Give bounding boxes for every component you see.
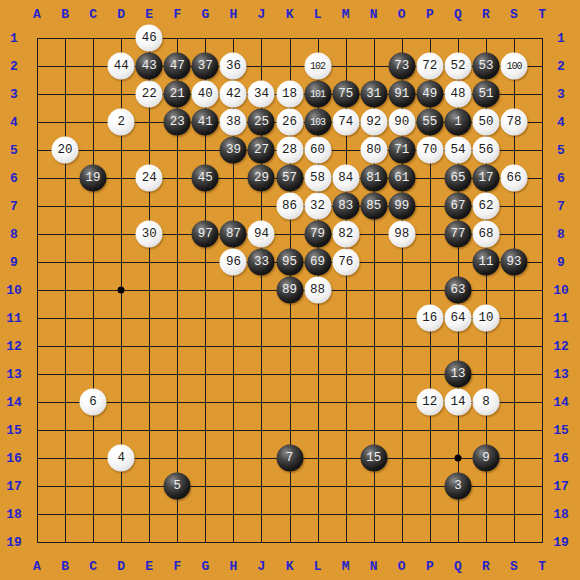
star-point-D10: [118, 287, 125, 294]
column-label-bottom-O: O: [398, 560, 406, 573]
column-label-bottom-D: D: [117, 560, 125, 573]
stone-black-C6[interactable]: 19: [80, 165, 107, 192]
row-label-right-6: 6: [557, 172, 565, 185]
stone-black-O2[interactable]: 73: [388, 53, 415, 80]
grid-line-horizontal: [37, 346, 543, 347]
row-label-left-13: 13: [6, 368, 22, 381]
stone-white-L10[interactable]: 88: [304, 277, 331, 304]
stone-black-Q17[interactable]: 3: [444, 473, 471, 500]
row-label-right-18: 18: [553, 508, 569, 521]
row-label-left-19: 19: [6, 536, 22, 549]
column-label-bottom-F: F: [173, 560, 181, 573]
stone-white-Q5[interactable]: 54: [444, 137, 471, 164]
stone-black-P3[interactable]: 49: [416, 81, 443, 108]
stone-white-P2[interactable]: 72: [416, 53, 443, 80]
stone-white-M9[interactable]: 76: [332, 249, 359, 276]
stone-black-J9[interactable]: 33: [248, 249, 275, 276]
row-label-right-7: 7: [557, 200, 565, 213]
row-label-left-12: 12: [6, 340, 22, 353]
column-label-top-D: D: [117, 8, 125, 21]
stone-white-M6[interactable]: 84: [332, 165, 359, 192]
stone-white-H4[interactable]: 38: [220, 109, 247, 136]
stone-black-G2[interactable]: 37: [192, 53, 219, 80]
stone-black-H8[interactable]: 87: [220, 221, 247, 248]
row-label-right-19: 19: [553, 536, 569, 549]
stone-white-E6[interactable]: 24: [136, 165, 163, 192]
stone-white-Q11[interactable]: 64: [444, 305, 471, 332]
row-label-right-4: 4: [557, 116, 565, 129]
row-label-left-14: 14: [6, 396, 22, 409]
stone-white-S6[interactable]: 66: [501, 165, 528, 192]
column-label-top-O: O: [398, 8, 406, 21]
row-label-left-6: 6: [10, 172, 18, 185]
column-label-bottom-N: N: [370, 560, 378, 573]
stone-black-H5[interactable]: 39: [220, 137, 247, 164]
stone-white-R5[interactable]: 56: [472, 137, 499, 164]
stone-white-N5[interactable]: 80: [360, 137, 387, 164]
row-label-left-8: 8: [10, 228, 18, 241]
column-label-bottom-R: R: [482, 560, 490, 573]
stone-black-G4[interactable]: 41: [192, 109, 219, 136]
stone-white-K5[interactable]: 28: [276, 137, 303, 164]
stone-white-E8[interactable]: 30: [136, 221, 163, 248]
column-label-bottom-S: S: [510, 560, 518, 573]
stone-white-Q3[interactable]: 48: [444, 81, 471, 108]
row-label-right-12: 12: [553, 340, 569, 353]
column-label-bottom-Q: Q: [454, 560, 462, 573]
column-label-top-J: J: [258, 8, 266, 21]
stone-white-H9[interactable]: 96: [220, 249, 247, 276]
row-label-left-7: 7: [10, 200, 18, 213]
stone-black-G8[interactable]: 97: [192, 221, 219, 248]
row-label-left-4: 4: [10, 116, 18, 129]
stone-black-N3[interactable]: 31: [360, 81, 387, 108]
stone-white-J3[interactable]: 34: [248, 81, 275, 108]
stone-black-R16[interactable]: 9: [472, 445, 499, 472]
row-label-right-3: 3: [557, 88, 565, 101]
stone-black-K6[interactable]: 57: [276, 165, 303, 192]
stone-white-O4[interactable]: 90: [388, 109, 415, 136]
stone-black-F17[interactable]: 5: [164, 473, 191, 500]
stone-black-O6[interactable]: 61: [388, 165, 415, 192]
stone-white-S2[interactable]: 100: [501, 53, 528, 80]
column-label-bottom-T: T: [538, 560, 546, 573]
go-board[interactable]: AABBCCDDEEFFGGHHJJKKLLMMNNOOPPQQRRSSTT11…: [0, 0, 580, 580]
column-label-bottom-E: E: [145, 560, 153, 573]
row-label-right-13: 13: [553, 368, 569, 381]
stone-black-R6[interactable]: 17: [472, 165, 499, 192]
row-label-right-9: 9: [557, 256, 565, 269]
column-label-top-E: E: [145, 8, 153, 21]
row-label-left-16: 16: [6, 452, 22, 465]
stone-white-S4[interactable]: 78: [501, 109, 528, 136]
row-label-left-10: 10: [6, 284, 22, 297]
stone-white-D16[interactable]: 4: [108, 445, 135, 472]
row-label-left-1: 1: [10, 32, 18, 45]
column-label-bottom-H: H: [230, 560, 238, 573]
row-label-right-11: 11: [553, 312, 569, 325]
column-label-bottom-A: A: [33, 560, 41, 573]
row-label-left-17: 17: [6, 480, 22, 493]
stone-white-G3[interactable]: 40: [192, 81, 219, 108]
grid-line-horizontal: [37, 430, 543, 431]
row-label-left-2: 2: [10, 60, 18, 73]
stone-white-K4[interactable]: 26: [276, 109, 303, 136]
stone-white-C14[interactable]: 6: [80, 389, 107, 416]
column-label-top-K: K: [286, 8, 294, 21]
row-label-right-5: 5: [557, 144, 565, 157]
stone-white-L2[interactable]: 102: [304, 53, 331, 80]
grid-line-horizontal: [37, 542, 543, 543]
stone-white-Q2[interactable]: 52: [444, 53, 471, 80]
stone-black-Q6[interactable]: 65: [444, 165, 471, 192]
stone-white-Q14[interactable]: 14: [444, 389, 471, 416]
column-label-bottom-P: P: [426, 560, 434, 573]
column-label-top-M: M: [342, 8, 350, 21]
column-label-bottom-G: G: [201, 560, 209, 573]
stone-white-H2[interactable]: 36: [220, 53, 247, 80]
row-label-left-5: 5: [10, 144, 18, 157]
row-label-right-17: 17: [553, 480, 569, 493]
row-label-left-9: 9: [10, 256, 18, 269]
column-label-top-P: P: [426, 8, 434, 21]
stone-white-R4[interactable]: 50: [472, 109, 499, 136]
row-label-left-3: 3: [10, 88, 18, 101]
stone-black-J5[interactable]: 27: [248, 137, 275, 164]
column-label-top-H: H: [230, 8, 238, 21]
stone-white-K7[interactable]: 86: [276, 193, 303, 220]
stone-black-N7[interactable]: 85: [360, 193, 387, 220]
stone-black-G6[interactable]: 45: [192, 165, 219, 192]
column-label-top-R: R: [482, 8, 490, 21]
stone-black-Q8[interactable]: 77: [444, 221, 471, 248]
stone-white-B5[interactable]: 20: [52, 137, 79, 164]
stone-black-L4[interactable]: 103: [304, 109, 331, 136]
stone-black-J6[interactable]: 29: [248, 165, 275, 192]
stone-white-M8[interactable]: 82: [332, 221, 359, 248]
stone-white-P11[interactable]: 16: [416, 305, 443, 332]
stone-white-E3[interactable]: 22: [136, 81, 163, 108]
row-label-right-14: 14: [553, 396, 569, 409]
column-label-top-B: B: [61, 8, 69, 21]
stone-white-P14[interactable]: 12: [416, 389, 443, 416]
stone-black-F4[interactable]: 23: [164, 109, 191, 136]
stone-black-N6[interactable]: 81: [360, 165, 387, 192]
row-label-left-11: 11: [6, 312, 22, 325]
stone-black-P4[interactable]: 55: [416, 109, 443, 136]
column-label-top-F: F: [173, 8, 181, 21]
row-label-right-8: 8: [557, 228, 565, 241]
grid-line-vertical: [542, 38, 543, 543]
stone-white-R14[interactable]: 8: [472, 389, 499, 416]
stone-black-J4[interactable]: 25: [248, 109, 275, 136]
stone-black-R9[interactable]: 11: [472, 249, 499, 276]
stone-black-O5[interactable]: 71: [388, 137, 415, 164]
column-label-bottom-C: C: [89, 560, 97, 573]
stone-black-K10[interactable]: 89: [276, 277, 303, 304]
column-label-top-Q: Q: [454, 8, 462, 21]
stone-white-D2[interactable]: 44: [108, 53, 135, 80]
stone-black-R3[interactable]: 51: [472, 81, 499, 108]
stone-black-R2[interactable]: 53: [472, 53, 499, 80]
stone-black-S9[interactable]: 93: [501, 249, 528, 276]
stone-white-H3[interactable]: 42: [220, 81, 247, 108]
column-label-bottom-B: B: [61, 560, 69, 573]
stone-white-R11[interactable]: 10: [472, 305, 499, 332]
column-label-top-G: G: [201, 8, 209, 21]
stone-white-L5[interactable]: 60: [304, 137, 331, 164]
stone-white-L6[interactable]: 58: [304, 165, 331, 192]
stone-white-N4[interactable]: 92: [360, 109, 387, 136]
column-label-top-L: L: [314, 8, 322, 21]
stone-black-M3[interactable]: 75: [332, 81, 359, 108]
row-label-left-18: 18: [6, 508, 22, 521]
row-label-right-2: 2: [557, 60, 565, 73]
stone-black-Q4[interactable]: 1: [444, 109, 471, 136]
stone-black-L3[interactable]: 101: [304, 81, 331, 108]
stone-black-F2[interactable]: 47: [164, 53, 191, 80]
column-label-bottom-K: K: [286, 560, 294, 573]
stone-black-L8[interactable]: 79: [304, 221, 331, 248]
stone-black-E2[interactable]: 43: [136, 53, 163, 80]
stone-black-F3[interactable]: 21: [164, 81, 191, 108]
column-label-top-C: C: [89, 8, 97, 21]
column-label-bottom-M: M: [342, 560, 350, 573]
stone-black-Q7[interactable]: 67: [444, 193, 471, 220]
stone-white-M4[interactable]: 74: [332, 109, 359, 136]
stone-white-K3[interactable]: 18: [276, 81, 303, 108]
row-label-right-15: 15: [553, 424, 569, 437]
column-label-top-N: N: [370, 8, 378, 21]
stone-white-O8[interactable]: 98: [388, 221, 415, 248]
row-label-right-10: 10: [553, 284, 569, 297]
stone-black-O7[interactable]: 99: [388, 193, 415, 220]
stone-black-Q10[interactable]: 63: [444, 277, 471, 304]
grid-line-horizontal: [37, 514, 543, 515]
stone-white-D4[interactable]: 2: [108, 109, 135, 136]
row-label-right-16: 16: [553, 452, 569, 465]
column-label-bottom-J: J: [258, 560, 266, 573]
row-label-left-15: 15: [6, 424, 22, 437]
column-label-top-A: A: [33, 8, 41, 21]
stone-black-L9[interactable]: 69: [304, 249, 331, 276]
stone-white-R7[interactable]: 62: [472, 193, 499, 220]
stone-black-K16[interactable]: 7: [276, 445, 303, 472]
stone-white-E1[interactable]: 46: [136, 25, 163, 52]
stone-black-M7[interactable]: 83: [332, 193, 359, 220]
stone-black-O3[interactable]: 91: [388, 81, 415, 108]
column-label-top-T: T: [538, 8, 546, 21]
stone-white-J8[interactable]: 94: [248, 221, 275, 248]
stone-black-K9[interactable]: 95: [276, 249, 303, 276]
stone-white-P5[interactable]: 70: [416, 137, 443, 164]
column-label-top-S: S: [510, 8, 518, 21]
row-label-right-1: 1: [557, 32, 565, 45]
stone-black-Q13[interactable]: 13: [444, 361, 471, 388]
star-point-Q16: [454, 455, 461, 462]
stone-black-N16[interactable]: 15: [360, 445, 387, 472]
stone-white-L7[interactable]: 32: [304, 193, 331, 220]
column-label-bottom-L: L: [314, 560, 322, 573]
stone-white-R8[interactable]: 68: [472, 221, 499, 248]
